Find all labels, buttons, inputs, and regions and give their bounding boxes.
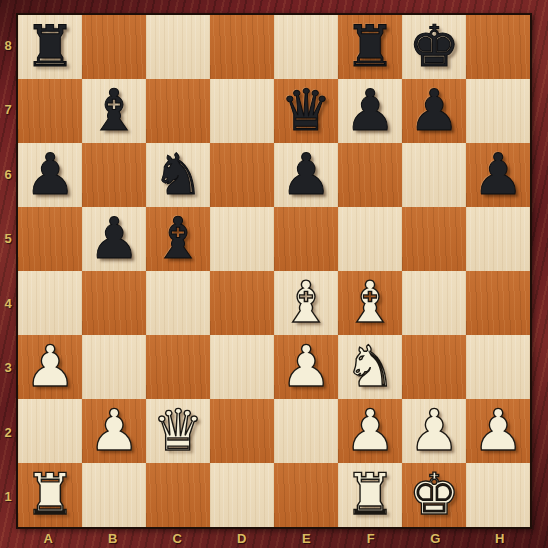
square-c7[interactable] bbox=[146, 79, 210, 143]
piece-white-rook-f1[interactable]: ♜ bbox=[344, 466, 395, 523]
square-d4[interactable] bbox=[210, 271, 274, 335]
square-h8[interactable] bbox=[466, 15, 530, 79]
square-f1[interactable]: ♜ bbox=[338, 463, 402, 527]
file-label-b: B bbox=[108, 531, 117, 546]
piece-black-pawn-b5[interactable]: ♟ bbox=[88, 210, 139, 267]
square-e3[interactable]: ♟ bbox=[274, 335, 338, 399]
file-label-d: D bbox=[237, 531, 246, 546]
square-g1[interactable]: ♚ bbox=[402, 463, 466, 527]
square-c1[interactable] bbox=[146, 463, 210, 527]
square-g2[interactable]: ♟ bbox=[402, 399, 466, 463]
file-label-f: F bbox=[367, 531, 375, 546]
piece-white-bishop-e4[interactable]: ♝ bbox=[280, 274, 331, 331]
file-label-h: H bbox=[495, 531, 504, 546]
square-h2[interactable]: ♟ bbox=[466, 399, 530, 463]
chess-board: ♜♜♚♝♛♟♟♟♞♟♟♟♝♝♝♟♟♞♟♛♟♟♟♜♜♚ bbox=[16, 13, 532, 529]
square-e8[interactable] bbox=[274, 15, 338, 79]
piece-black-pawn-e6[interactable]: ♟ bbox=[280, 146, 331, 203]
rank-label-2: 2 bbox=[4, 425, 11, 440]
piece-white-knight-f3[interactable]: ♞ bbox=[344, 338, 395, 395]
square-h6[interactable]: ♟ bbox=[466, 143, 530, 207]
chess-board-frame: 87654321 ♜♜♚♝♛♟♟♟♞♟♟♟♝♝♝♟♟♞♟♛♟♟♟♜♜♚ ABCD… bbox=[0, 0, 548, 548]
square-a6[interactable]: ♟ bbox=[18, 143, 82, 207]
piece-black-pawn-a6[interactable]: ♟ bbox=[24, 146, 75, 203]
rank-label-3: 3 bbox=[4, 360, 11, 375]
square-d6[interactable] bbox=[210, 143, 274, 207]
piece-white-pawn-e3[interactable]: ♟ bbox=[280, 338, 331, 395]
square-f3[interactable]: ♞ bbox=[338, 335, 402, 399]
piece-black-rook-a8[interactable]: ♜ bbox=[24, 18, 75, 75]
square-b8[interactable] bbox=[82, 15, 146, 79]
square-e6[interactable]: ♟ bbox=[274, 143, 338, 207]
piece-white-rook-a1[interactable]: ♜ bbox=[24, 466, 75, 523]
rank-label-7: 7 bbox=[4, 102, 11, 117]
rank-label-5: 5 bbox=[4, 231, 11, 246]
square-c5[interactable]: ♝ bbox=[146, 207, 210, 271]
square-e2[interactable] bbox=[274, 399, 338, 463]
file-label-c: C bbox=[173, 531, 182, 546]
piece-black-king-g8[interactable]: ♚ bbox=[408, 18, 459, 75]
piece-black-queen-e7[interactable]: ♛ bbox=[280, 82, 331, 139]
rank-label-4: 4 bbox=[4, 296, 11, 311]
square-e4[interactable]: ♝ bbox=[274, 271, 338, 335]
piece-black-pawn-f7[interactable]: ♟ bbox=[344, 82, 395, 139]
piece-white-queen-c2[interactable]: ♛ bbox=[152, 402, 203, 459]
square-a7[interactable] bbox=[18, 79, 82, 143]
square-g6[interactable] bbox=[402, 143, 466, 207]
square-f5[interactable] bbox=[338, 207, 402, 271]
square-b1[interactable] bbox=[82, 463, 146, 527]
square-f6[interactable] bbox=[338, 143, 402, 207]
file-labels: ABCDEFGH bbox=[16, 529, 532, 548]
rank-label-1: 1 bbox=[4, 489, 11, 504]
square-b2[interactable]: ♟ bbox=[82, 399, 146, 463]
square-b3[interactable] bbox=[82, 335, 146, 399]
square-c4[interactable] bbox=[146, 271, 210, 335]
square-c3[interactable] bbox=[146, 335, 210, 399]
square-f7[interactable]: ♟ bbox=[338, 79, 402, 143]
square-a2[interactable] bbox=[18, 399, 82, 463]
square-e5[interactable] bbox=[274, 207, 338, 271]
square-f8[interactable]: ♜ bbox=[338, 15, 402, 79]
square-b7[interactable]: ♝ bbox=[82, 79, 146, 143]
square-f4[interactable]: ♝ bbox=[338, 271, 402, 335]
piece-white-king-g1[interactable]: ♚ bbox=[408, 466, 459, 523]
file-label-a: A bbox=[44, 531, 53, 546]
rank-labels: 87654321 bbox=[0, 13, 16, 529]
square-a1[interactable]: ♜ bbox=[18, 463, 82, 527]
file-label-e: E bbox=[302, 531, 311, 546]
square-g7[interactable]: ♟ bbox=[402, 79, 466, 143]
square-g4[interactable] bbox=[402, 271, 466, 335]
square-d3[interactable] bbox=[210, 335, 274, 399]
square-f2[interactable]: ♟ bbox=[338, 399, 402, 463]
square-a5[interactable] bbox=[18, 207, 82, 271]
piece-black-pawn-g7[interactable]: ♟ bbox=[408, 82, 459, 139]
piece-white-pawn-b2[interactable]: ♟ bbox=[88, 402, 139, 459]
square-d1[interactable] bbox=[210, 463, 274, 527]
square-d2[interactable] bbox=[210, 399, 274, 463]
rank-label-6: 6 bbox=[4, 167, 11, 182]
square-a4[interactable] bbox=[18, 271, 82, 335]
piece-black-rook-f8[interactable]: ♜ bbox=[344, 18, 395, 75]
piece-white-bishop-f4[interactable]: ♝ bbox=[344, 274, 395, 331]
piece-black-bishop-b7[interactable]: ♝ bbox=[88, 82, 139, 139]
square-d8[interactable] bbox=[210, 15, 274, 79]
square-a8[interactable]: ♜ bbox=[18, 15, 82, 79]
square-b6[interactable] bbox=[82, 143, 146, 207]
square-h7[interactable] bbox=[466, 79, 530, 143]
square-h1[interactable] bbox=[466, 463, 530, 527]
square-b4[interactable] bbox=[82, 271, 146, 335]
piece-black-bishop-c5[interactable]: ♝ bbox=[152, 210, 203, 267]
square-g8[interactable]: ♚ bbox=[402, 15, 466, 79]
square-c6[interactable]: ♞ bbox=[146, 143, 210, 207]
square-h4[interactable] bbox=[466, 271, 530, 335]
piece-black-knight-c6[interactable]: ♞ bbox=[152, 146, 203, 203]
square-b5[interactable]: ♟ bbox=[82, 207, 146, 271]
piece-white-pawn-f2[interactable]: ♟ bbox=[344, 402, 395, 459]
square-e1[interactable] bbox=[274, 463, 338, 527]
square-c8[interactable] bbox=[146, 15, 210, 79]
square-g3[interactable] bbox=[402, 335, 466, 399]
square-d5[interactable] bbox=[210, 207, 274, 271]
rank-label-8: 8 bbox=[4, 38, 11, 53]
file-label-g: G bbox=[430, 531, 440, 546]
square-h3[interactable] bbox=[466, 335, 530, 399]
square-e7[interactable]: ♛ bbox=[274, 79, 338, 143]
square-h5[interactable] bbox=[466, 207, 530, 271]
square-d7[interactable] bbox=[210, 79, 274, 143]
piece-black-pawn-h6[interactable]: ♟ bbox=[472, 146, 523, 203]
square-c2[interactable]: ♛ bbox=[146, 399, 210, 463]
square-a3[interactable]: ♟ bbox=[18, 335, 82, 399]
piece-white-pawn-a3[interactable]: ♟ bbox=[24, 338, 75, 395]
square-g5[interactable] bbox=[402, 207, 466, 271]
piece-white-pawn-h2[interactable]: ♟ bbox=[472, 402, 523, 459]
piece-white-pawn-g2[interactable]: ♟ bbox=[408, 402, 459, 459]
